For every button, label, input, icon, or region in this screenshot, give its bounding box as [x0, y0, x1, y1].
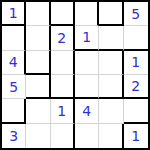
cell-r3c2[interactable] [26, 51, 50, 75]
given-digit: 1 [131, 129, 140, 143]
cell-r3c6[interactable]: 1 [124, 51, 148, 75]
cell-r6c4[interactable] [75, 124, 99, 148]
cell-r2c4[interactable]: 1 [75, 26, 99, 50]
given-digit: 1 [131, 55, 140, 69]
cell-r6c3[interactable] [51, 124, 75, 148]
cell-r4c6[interactable]: 2 [124, 75, 148, 99]
cell-r1c3[interactable] [51, 2, 75, 26]
given-digit: 4 [82, 104, 91, 118]
given-digit: 1 [57, 104, 66, 118]
cell-r4c1[interactable]: 5 [2, 75, 26, 99]
cell-r6c1[interactable]: 3 [2, 124, 26, 148]
cell-r2c1[interactable] [2, 26, 26, 50]
cell-r2c3[interactable]: 2 [51, 26, 75, 50]
given-digit: 4 [9, 55, 18, 69]
cell-r1c4[interactable] [75, 2, 99, 26]
cell-r1c1[interactable]: 1 [2, 2, 26, 26]
cell-r4c4[interactable] [75, 75, 99, 99]
given-digit: 3 [9, 129, 18, 143]
cell-r1c2[interactable] [26, 2, 50, 26]
cell-r6c5[interactable] [99, 124, 123, 148]
given-digit: 1 [82, 30, 91, 44]
cell-r5c4[interactable]: 4 [75, 99, 99, 123]
cell-r1c6[interactable]: 5 [124, 2, 148, 26]
cell-r5c1[interactable] [2, 99, 26, 123]
cell-r5c3[interactable]: 1 [51, 99, 75, 123]
cell-r4c5[interactable] [99, 75, 123, 99]
given-digit: 5 [9, 80, 18, 94]
cell-r5c5[interactable] [99, 99, 123, 123]
given-digit: 2 [131, 79, 140, 93]
cell-r5c2[interactable] [26, 99, 50, 123]
cell-r2c6[interactable] [124, 26, 148, 50]
puzzle-board: 152141521431 [0, 0, 150, 150]
cell-r6c6[interactable]: 1 [124, 124, 148, 148]
cell-r2c5[interactable] [99, 26, 123, 50]
cell-r5c6[interactable] [124, 99, 148, 123]
cell-r3c3[interactable] [51, 51, 75, 75]
given-digit: 2 [57, 31, 66, 45]
cell-r4c2[interactable] [26, 75, 50, 99]
given-digit: 1 [9, 6, 18, 20]
cell-r6c2[interactable] [26, 124, 50, 148]
given-digit: 5 [131, 7, 140, 21]
cell-r2c2[interactable] [26, 26, 50, 50]
cell-r3c4[interactable] [75, 51, 99, 75]
cell-r4c3[interactable] [51, 75, 75, 99]
cell-r1c5[interactable] [99, 2, 123, 26]
cell-r3c5[interactable] [99, 51, 123, 75]
cell-r3c1[interactable]: 4 [2, 51, 26, 75]
